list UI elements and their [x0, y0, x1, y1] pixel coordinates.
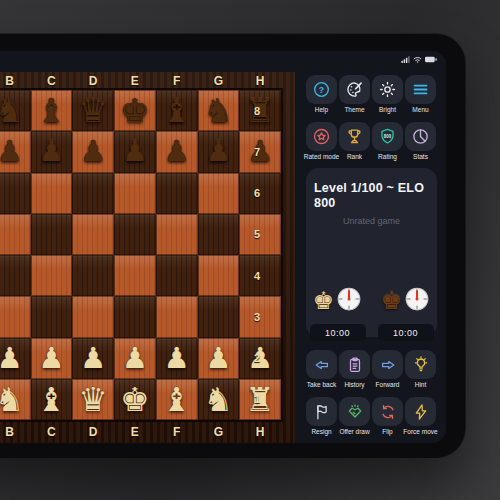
board-squares: ♜♞♝♛♚♝♞♜♟♟♟♟♟♟♟♟♟♟♟♟♟♟♟♟♜♞♝♛♚♝♞♜ [0, 90, 281, 420]
flip-button[interactable] [372, 397, 403, 426]
white-clock-icon [336, 286, 362, 316]
help-cell: ?Help [306, 75, 337, 113]
refresh-icon [379, 403, 397, 421]
piece-white-king: ♚ [120, 379, 150, 420]
flag-icon [313, 403, 331, 421]
svg-text:?: ? [319, 85, 324, 95]
rank-label-8: 8 [250, 90, 264, 131]
menu-label: Menu [412, 106, 428, 113]
square-g2[interactable]: ♟ [198, 338, 240, 379]
piece-white-pawn: ♟ [205, 338, 231, 379]
square-b1[interactable]: ♞ [0, 379, 31, 420]
square-c3[interactable] [31, 296, 73, 337]
white-time: 10:00 [310, 324, 366, 341]
piece-white-knight: ♞ [0, 379, 24, 420]
forward-label: Forward [376, 381, 400, 388]
piece-white-knight: ♞ [204, 379, 234, 420]
black-time: 10:00 [378, 324, 434, 341]
square-b7[interactable]: ♟ [0, 131, 31, 172]
square-f4[interactable] [156, 255, 198, 296]
file-label-d: D [72, 420, 114, 443]
menu-button[interactable] [405, 75, 436, 104]
piece-white-pawn: ♟ [164, 338, 190, 379]
file-label-c: C [31, 72, 73, 90]
bolt-icon [412, 403, 430, 421]
piece-black-king: ♚ [120, 90, 150, 131]
square-d5[interactable] [72, 214, 114, 255]
file-label-f: F [156, 420, 198, 443]
square-d7[interactable]: ♟ [72, 131, 114, 172]
rank-label: Rank [347, 153, 362, 160]
rank-cell: Rank [339, 122, 370, 160]
square-d2[interactable]: ♟ [72, 338, 114, 379]
square-b5[interactable] [0, 214, 31, 255]
sidebar: ?HelpThemeBrightMenu Rated modeRank800Ra… [296, 51, 446, 443]
toolbar-meta-row: Rated modeRank800RatingStats [306, 122, 437, 160]
wifi-icon [413, 56, 422, 63]
square-d6[interactable] [72, 173, 114, 214]
forward-button[interactable] [372, 350, 403, 379]
page-background: ABCDEFGH ♜♞♝♛♚♝♞♜♟♟♟♟♟♟♟♟♟♟♟♟♟♟♟♟♜♞♝♛♚♝♞… [0, 0, 500, 500]
square-e8[interactable]: ♚ [114, 90, 156, 131]
theme-cell: Theme [339, 75, 370, 113]
toolbar-nav-row: Take backHistoryForwardHint [306, 350, 437, 388]
bright-button[interactable] [372, 75, 403, 104]
rank-button[interactable] [339, 122, 370, 151]
chess-board: ABCDEFGH ♜♞♝♛♚♝♞♜♟♟♟♟♟♟♟♟♟♟♟♟♟♟♟♟♜♞♝♛♚♝♞… [0, 72, 295, 443]
file-label-e: E [114, 72, 156, 90]
square-b6[interactable] [0, 173, 31, 214]
piece-white-bishop: ♝ [37, 379, 67, 420]
square-f3[interactable] [156, 296, 198, 337]
file-label-f: F [156, 72, 198, 90]
black-clock-group: ♚10:00 [378, 286, 434, 341]
piece-black-pawn: ♟ [205, 131, 231, 172]
rating-cell: 800Rating [372, 122, 403, 160]
forward-cell: Forward [372, 350, 403, 388]
square-c2[interactable]: ♟ [31, 338, 73, 379]
square-c4[interactable] [31, 255, 73, 296]
bright-cell: Bright [372, 75, 403, 113]
stats-cell: Stats [405, 122, 436, 160]
tablet-device: ABCDEFGH ♜♞♝♛♚♝♞♜♟♟♟♟♟♟♟♟♟♟♟♟♟♟♟♟♜♞♝♛♚♝♞… [0, 33, 466, 458]
flip-label: Flip [382, 428, 392, 435]
piece-black-pawn: ♟ [0, 131, 23, 172]
level-panel: Level 1/100 ~ ELO 800 Unrated game ♚10:0… [306, 168, 437, 337]
square-c1[interactable]: ♝ [31, 379, 73, 420]
square-b3[interactable] [0, 296, 31, 337]
hint-label: Hint [415, 381, 427, 388]
force-move-cell: Force move [405, 397, 436, 435]
rank-label-7: 7 [250, 131, 264, 172]
hint-cell: Hint [405, 350, 436, 388]
piece-white-pawn: ♟ [0, 338, 23, 379]
piece-black-bishop: ♝ [37, 90, 67, 131]
square-d4[interactable] [72, 255, 114, 296]
clipboard-icon [346, 356, 364, 374]
rank-labels: 87654321 [250, 90, 264, 420]
square-g3[interactable] [198, 296, 240, 337]
square-e3[interactable] [114, 296, 156, 337]
square-d1[interactable]: ♛ [72, 379, 114, 420]
square-b8[interactable]: ♞ [0, 90, 31, 131]
rank-label-2: 2 [250, 338, 264, 379]
stats-label: Stats [413, 153, 428, 160]
stats-button[interactable] [405, 122, 436, 151]
rank-label-6: 6 [250, 173, 264, 214]
square-e1[interactable]: ♚ [114, 379, 156, 420]
square-g1[interactable]: ♞ [198, 379, 240, 420]
square-g7[interactable]: ♟ [198, 131, 240, 172]
resign-label: Resign [311, 428, 331, 435]
black-king-icon: ♚ [381, 288, 403, 314]
level-title: Level 1/100 ~ ELO 800 [314, 181, 429, 211]
bright-label: Bright [379, 106, 396, 113]
white-clock-group: ♚10:00 [310, 286, 366, 341]
offer-draw-cell: Offer draw [339, 397, 370, 435]
square-g6[interactable] [198, 173, 240, 214]
pie-icon [411, 127, 430, 146]
square-e6[interactable] [114, 173, 156, 214]
battery-icon [425, 56, 437, 63]
square-b4[interactable] [0, 255, 31, 296]
square-e2[interactable]: ♟ [114, 338, 156, 379]
square-d3[interactable] [72, 296, 114, 337]
rating-button[interactable]: 800 [372, 122, 403, 151]
history-cell: History [339, 350, 370, 388]
handshake-icon [346, 403, 364, 421]
bulb-icon [412, 356, 430, 374]
rated-mode-label: Rated mode [304, 153, 339, 160]
file-label-e: E [114, 420, 156, 443]
star-circle-icon [312, 127, 331, 146]
piece-black-queen: ♛ [78, 90, 108, 131]
piece-black-bishop: ♝ [162, 90, 192, 131]
rank-label-3: 3 [250, 296, 264, 337]
square-f1[interactable]: ♝ [156, 379, 198, 420]
arrow-right-icon [379, 356, 397, 374]
rank-label-1: 1 [250, 379, 264, 420]
rated-mode-cell: Rated mode [306, 122, 337, 160]
file-label-h: H [239, 72, 281, 90]
toolbar-top-row: ?HelpThemeBrightMenu [306, 75, 437, 113]
piece-black-knight: ♞ [0, 90, 24, 131]
square-c6[interactable] [31, 173, 73, 214]
file-label-b: B [0, 420, 31, 443]
piece-black-pawn: ♟ [38, 131, 64, 172]
svg-text:800: 800 [384, 134, 392, 139]
take-back-button[interactable] [306, 350, 337, 379]
offer-draw-button[interactable] [339, 397, 370, 426]
file-labels-top: ABCDEFGH [0, 72, 281, 90]
menu-icon [411, 80, 430, 99]
square-f6[interactable] [156, 173, 198, 214]
rated-mode-button[interactable] [306, 122, 337, 151]
sun-icon [378, 80, 397, 99]
square-f8[interactable]: ♝ [156, 90, 198, 131]
toolbar-actions-row: ResignOffer drawFlipForce move [306, 397, 437, 435]
piece-white-pawn: ♟ [122, 338, 148, 379]
square-g4[interactable] [198, 255, 240, 296]
help-label: Help [315, 106, 328, 113]
square-d8[interactable]: ♛ [72, 90, 114, 131]
rank-label-5: 5 [250, 214, 264, 255]
piece-white-pawn: ♟ [80, 338, 106, 379]
square-f2[interactable]: ♟ [156, 338, 198, 379]
trophy-icon [345, 127, 364, 146]
theme-label: Theme [344, 106, 364, 113]
force-move-label: Force move [403, 428, 437, 435]
app-screen: ABCDEFGH ♜♞♝♛♚♝♞♜♟♟♟♟♟♟♟♟♟♟♟♟♟♟♟♟♜♞♝♛♚♝♞… [0, 51, 446, 443]
history-label: History [344, 381, 364, 388]
piece-white-pawn: ♟ [38, 338, 64, 379]
square-g5[interactable] [198, 214, 240, 255]
square-b2[interactable]: ♟ [0, 338, 31, 379]
square-e5[interactable] [114, 214, 156, 255]
square-e4[interactable] [114, 255, 156, 296]
menu-cell: Menu [405, 75, 436, 113]
square-f5[interactable] [156, 214, 198, 255]
game-type-label: Unrated game [343, 216, 400, 226]
offer-draw-label: Offer draw [339, 428, 369, 435]
file-labels-bottom: ABCDEFGH [0, 420, 281, 443]
square-c8[interactable]: ♝ [31, 90, 73, 131]
help-button[interactable]: ? [306, 75, 337, 104]
piece-white-queen: ♛ [78, 379, 108, 420]
resign-cell: Resign [306, 397, 337, 435]
piece-white-bishop: ♝ [162, 379, 192, 420]
file-label-b: B [0, 72, 31, 90]
clocks: ♚10:00♚10:00 [310, 286, 434, 341]
take-back-cell: Take back [306, 350, 337, 388]
palette-icon [345, 80, 364, 99]
piece-black-knight: ♞ [204, 90, 234, 131]
piece-black-pawn: ♟ [80, 131, 106, 172]
history-button[interactable] [339, 350, 370, 379]
help-icon: ? [312, 80, 331, 99]
take-back-label: Take back [307, 381, 336, 388]
square-c7[interactable]: ♟ [31, 131, 73, 172]
file-label-c: C [31, 420, 73, 443]
signal-icon [401, 56, 410, 63]
square-f7[interactable]: ♟ [156, 131, 198, 172]
file-label-g: G [198, 420, 240, 443]
shield-icon: 800 [378, 127, 397, 146]
rating-label: Rating [378, 153, 397, 160]
arrow-left-icon [313, 356, 331, 374]
resign-button[interactable] [306, 397, 337, 426]
white-king-icon: ♚ [313, 288, 335, 314]
hint-button[interactable] [405, 350, 436, 379]
piece-black-pawn: ♟ [122, 131, 148, 172]
force-move-button[interactable] [405, 397, 436, 426]
square-c5[interactable] [31, 214, 73, 255]
square-e7[interactable]: ♟ [114, 131, 156, 172]
file-label-g: G [198, 72, 240, 90]
file-label-d: D [72, 72, 114, 90]
flip-cell: Flip [372, 397, 403, 435]
square-g8[interactable]: ♞ [198, 90, 240, 131]
status-bar [306, 55, 437, 64]
black-clock-icon [404, 286, 430, 316]
theme-button[interactable] [339, 75, 370, 104]
file-label-h: H [239, 420, 281, 443]
piece-black-pawn: ♟ [164, 131, 190, 172]
rank-label-4: 4 [250, 255, 264, 296]
